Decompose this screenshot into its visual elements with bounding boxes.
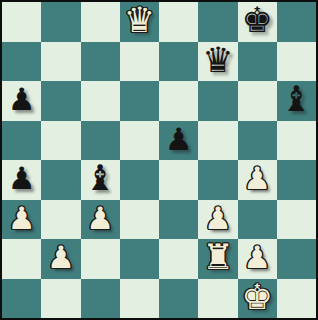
square-h7[interactable] bbox=[277, 42, 316, 82]
black-king: ♚ bbox=[241, 3, 272, 38]
square-f7[interactable]: ♛ bbox=[198, 42, 237, 82]
square-h8[interactable] bbox=[277, 2, 316, 42]
square-d2[interactable] bbox=[120, 239, 159, 279]
square-g7[interactable] bbox=[238, 42, 277, 82]
square-b4[interactable] bbox=[41, 160, 80, 200]
square-h5[interactable] bbox=[277, 121, 316, 161]
square-c4[interactable]: ♝ bbox=[81, 160, 120, 200]
white-pawn: ♟ bbox=[243, 163, 271, 194]
square-c5[interactable] bbox=[81, 121, 120, 161]
square-c8[interactable] bbox=[81, 2, 120, 42]
square-e6[interactable] bbox=[159, 81, 198, 121]
square-a1[interactable] bbox=[2, 279, 41, 319]
square-f5[interactable] bbox=[198, 121, 237, 161]
square-c1[interactable] bbox=[81, 279, 120, 319]
square-h4[interactable] bbox=[277, 160, 316, 200]
square-b2[interactable]: ♟ bbox=[41, 239, 80, 279]
square-g3[interactable] bbox=[238, 200, 277, 240]
square-a4[interactable]: ♟ bbox=[2, 160, 41, 200]
square-e3[interactable] bbox=[159, 200, 198, 240]
white-queen: ♛ bbox=[124, 3, 155, 38]
square-b1[interactable] bbox=[41, 279, 80, 319]
square-h2[interactable] bbox=[277, 239, 316, 279]
white-pawn: ♟ bbox=[204, 203, 232, 234]
square-b3[interactable] bbox=[41, 200, 80, 240]
square-b8[interactable] bbox=[41, 2, 80, 42]
white-pawn: ♟ bbox=[86, 203, 114, 234]
square-e4[interactable] bbox=[159, 160, 198, 200]
square-c7[interactable] bbox=[81, 42, 120, 82]
square-a5[interactable] bbox=[2, 121, 41, 161]
square-a2[interactable] bbox=[2, 239, 41, 279]
square-d7[interactable] bbox=[120, 42, 159, 82]
square-e1[interactable] bbox=[159, 279, 198, 319]
square-g1[interactable]: ♚ bbox=[238, 279, 277, 319]
white-pawn: ♟ bbox=[8, 203, 36, 234]
square-a6[interactable]: ♟ bbox=[2, 81, 41, 121]
square-d4[interactable] bbox=[120, 160, 159, 200]
square-h6[interactable]: ♝ bbox=[277, 81, 316, 121]
square-g5[interactable] bbox=[238, 121, 277, 161]
square-a8[interactable] bbox=[2, 2, 41, 42]
square-b6[interactable] bbox=[41, 81, 80, 121]
square-e8[interactable] bbox=[159, 2, 198, 42]
square-f4[interactable] bbox=[198, 160, 237, 200]
square-c2[interactable] bbox=[81, 239, 120, 279]
square-a3[interactable]: ♟ bbox=[2, 200, 41, 240]
square-h3[interactable] bbox=[277, 200, 316, 240]
square-g8[interactable]: ♚ bbox=[238, 2, 277, 42]
black-pawn: ♟ bbox=[8, 84, 36, 115]
square-g4[interactable]: ♟ bbox=[238, 160, 277, 200]
black-queen: ♛ bbox=[202, 43, 233, 78]
square-f6[interactable] bbox=[198, 81, 237, 121]
chess-board: ♛♚♛♟♝♟♟♝♟♟♟♟♟♜♟♚ bbox=[2, 2, 316, 318]
white-pawn: ♟ bbox=[47, 242, 75, 273]
square-e2[interactable] bbox=[159, 239, 198, 279]
square-e7[interactable] bbox=[159, 42, 198, 82]
square-a7[interactable] bbox=[2, 42, 41, 82]
black-bishop: ♝ bbox=[281, 82, 312, 117]
black-pawn: ♟ bbox=[8, 163, 36, 194]
square-d8[interactable]: ♛ bbox=[120, 2, 159, 42]
square-d6[interactable] bbox=[120, 81, 159, 121]
square-c3[interactable]: ♟ bbox=[81, 200, 120, 240]
square-f1[interactable] bbox=[198, 279, 237, 319]
square-c6[interactable] bbox=[81, 81, 120, 121]
white-rook: ♜ bbox=[202, 240, 233, 275]
chess-board-frame: ♛♚♛♟♝♟♟♝♟♟♟♟♟♜♟♚ bbox=[0, 0, 318, 320]
square-d1[interactable] bbox=[120, 279, 159, 319]
black-pawn: ♟ bbox=[165, 124, 193, 155]
square-h1[interactable] bbox=[277, 279, 316, 319]
white-pawn: ♟ bbox=[243, 242, 271, 273]
square-d5[interactable] bbox=[120, 121, 159, 161]
square-e5[interactable]: ♟ bbox=[159, 121, 198, 161]
square-b7[interactable] bbox=[41, 42, 80, 82]
square-f2[interactable]: ♜ bbox=[198, 239, 237, 279]
black-bishop: ♝ bbox=[84, 161, 115, 196]
square-g2[interactable]: ♟ bbox=[238, 239, 277, 279]
white-king: ♚ bbox=[241, 280, 272, 315]
square-f8[interactable] bbox=[198, 2, 237, 42]
square-d3[interactable] bbox=[120, 200, 159, 240]
square-g6[interactable] bbox=[238, 81, 277, 121]
square-b5[interactable] bbox=[41, 121, 80, 161]
square-f3[interactable]: ♟ bbox=[198, 200, 237, 240]
